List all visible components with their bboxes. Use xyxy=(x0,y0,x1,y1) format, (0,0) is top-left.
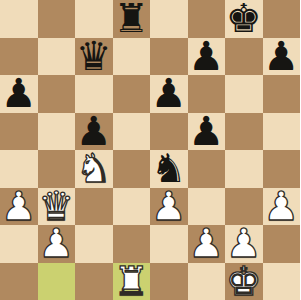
square-d1[interactable]: ♜ xyxy=(113,263,151,300)
square-f1[interactable] xyxy=(188,263,226,300)
square-b8[interactable] xyxy=(38,0,76,38)
square-e4[interactable]: ♞ xyxy=(150,150,188,188)
black-king: ♚ xyxy=(226,0,262,38)
black-pawn: ♟︎ xyxy=(76,113,112,151)
square-h6[interactable] xyxy=(263,75,301,113)
black-pawn: ♟︎ xyxy=(263,38,299,76)
white-pawn: ♟︎ xyxy=(151,188,187,226)
square-c5[interactable]: ♟︎ xyxy=(75,113,113,151)
white-rook: ♜ xyxy=(113,263,149,300)
black-knight: ♞ xyxy=(151,150,187,188)
white-knight: ♞ xyxy=(76,150,112,188)
square-g2[interactable]: ♟︎ xyxy=(225,225,263,263)
square-h4[interactable] xyxy=(263,150,301,188)
square-c1[interactable] xyxy=(75,263,113,300)
square-f7[interactable]: ♟︎ xyxy=(188,38,226,76)
square-a2[interactable] xyxy=(0,225,38,263)
white-king: ♚ xyxy=(226,263,262,300)
square-g7[interactable] xyxy=(225,38,263,76)
white-pawn: ♟︎ xyxy=(38,225,74,263)
square-e7[interactable] xyxy=(150,38,188,76)
square-e5[interactable] xyxy=(150,113,188,151)
square-e6[interactable]: ♟︎ xyxy=(150,75,188,113)
chess-board: ♜♚♛♟︎♟︎♟︎♟︎♟︎♟︎♞♞♟︎♛♟︎♟︎♟︎♟︎♟︎♜♚ xyxy=(0,0,300,300)
black-pawn: ♟︎ xyxy=(1,75,37,113)
square-e1[interactable] xyxy=(150,263,188,300)
square-a1[interactable] xyxy=(0,263,38,300)
square-e3[interactable]: ♟︎ xyxy=(150,188,188,226)
square-b3[interactable]: ♛ xyxy=(38,188,76,226)
square-d2[interactable] xyxy=(113,225,151,263)
square-f3[interactable] xyxy=(188,188,226,226)
square-b2[interactable]: ♟︎ xyxy=(38,225,76,263)
square-a3[interactable]: ♟︎ xyxy=(0,188,38,226)
white-pawn: ♟︎ xyxy=(188,225,224,263)
square-d5[interactable] xyxy=(113,113,151,151)
white-pawn: ♟︎ xyxy=(1,188,37,226)
square-a8[interactable] xyxy=(0,0,38,38)
white-queen: ♛ xyxy=(38,188,74,226)
square-d4[interactable] xyxy=(113,150,151,188)
square-f8[interactable] xyxy=(188,0,226,38)
square-a4[interactable] xyxy=(0,150,38,188)
square-g4[interactable] xyxy=(225,150,263,188)
square-h7[interactable]: ♟︎ xyxy=(263,38,301,76)
square-h1[interactable] xyxy=(263,263,301,300)
square-c7[interactable]: ♛ xyxy=(75,38,113,76)
square-c2[interactable] xyxy=(75,225,113,263)
square-a7[interactable] xyxy=(0,38,38,76)
square-c8[interactable] xyxy=(75,0,113,38)
square-g8[interactable]: ♚ xyxy=(225,0,263,38)
square-c6[interactable] xyxy=(75,75,113,113)
square-d3[interactable] xyxy=(113,188,151,226)
square-b4[interactable] xyxy=(38,150,76,188)
square-h5[interactable] xyxy=(263,113,301,151)
square-e8[interactable] xyxy=(150,0,188,38)
black-rook: ♜ xyxy=(113,0,149,38)
square-d8[interactable]: ♜ xyxy=(113,0,151,38)
square-a5[interactable] xyxy=(0,113,38,151)
square-b1[interactable] xyxy=(38,263,76,300)
square-g6[interactable] xyxy=(225,75,263,113)
square-g3[interactable] xyxy=(225,188,263,226)
square-d7[interactable] xyxy=(113,38,151,76)
square-g1[interactable]: ♚ xyxy=(225,263,263,300)
black-pawn: ♟︎ xyxy=(188,38,224,76)
square-f6[interactable] xyxy=(188,75,226,113)
square-d6[interactable] xyxy=(113,75,151,113)
white-pawn: ♟︎ xyxy=(226,225,262,263)
square-e2[interactable] xyxy=(150,225,188,263)
black-queen: ♛ xyxy=(76,38,112,76)
square-c3[interactable] xyxy=(75,188,113,226)
square-g5[interactable] xyxy=(225,113,263,151)
square-h2[interactable] xyxy=(263,225,301,263)
square-b7[interactable] xyxy=(38,38,76,76)
square-b6[interactable] xyxy=(38,75,76,113)
square-a6[interactable]: ♟︎ xyxy=(0,75,38,113)
square-f2[interactable]: ♟︎ xyxy=(188,225,226,263)
square-h8[interactable] xyxy=(263,0,301,38)
square-f5[interactable]: ♟︎ xyxy=(188,113,226,151)
square-c4[interactable]: ♞ xyxy=(75,150,113,188)
square-b5[interactable] xyxy=(38,113,76,151)
white-pawn: ♟︎ xyxy=(263,188,299,226)
square-h3[interactable]: ♟︎ xyxy=(263,188,301,226)
black-pawn: ♟︎ xyxy=(188,113,224,151)
black-pawn: ♟︎ xyxy=(151,75,187,113)
square-f4[interactable] xyxy=(188,150,226,188)
